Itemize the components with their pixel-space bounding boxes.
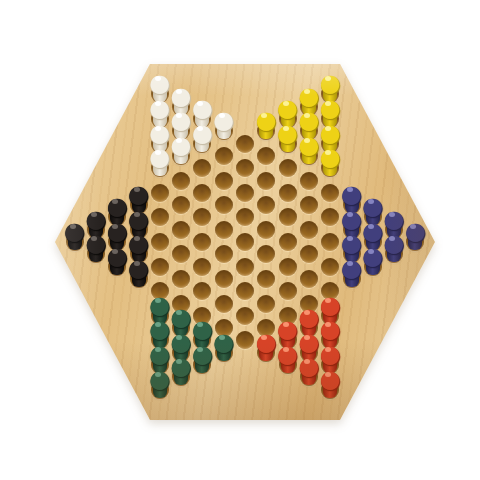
hole[interactable]	[321, 233, 339, 251]
hole[interactable]	[236, 282, 254, 300]
hole[interactable]	[193, 233, 211, 251]
hole[interactable]	[300, 270, 318, 288]
hole[interactable]	[215, 245, 233, 263]
hole[interactable]	[257, 172, 275, 190]
hole[interactable]	[151, 208, 169, 226]
hole[interactable]	[300, 196, 318, 214]
hole[interactable]	[172, 221, 190, 239]
chinese-checkers-board: ●●●●●●●●●●●●●●●●●●●●●●●●●●●●●●●●●●●●●●●●…	[55, 64, 435, 420]
peg-red[interactable]: ●	[317, 366, 343, 399]
peg-green[interactable]: ●	[147, 366, 173, 399]
hole[interactable]	[300, 245, 318, 263]
hole[interactable]	[151, 258, 169, 276]
scene: ●●●●●●●●●●●●●●●●●●●●●●●●●●●●●●●●●●●●●●●●…	[0, 0, 480, 480]
hole[interactable]	[279, 282, 297, 300]
hole[interactable]	[279, 159, 297, 177]
hole[interactable]	[193, 208, 211, 226]
hole[interactable]	[279, 208, 297, 226]
hole[interactable]	[279, 258, 297, 276]
hole[interactable]	[215, 196, 233, 214]
hole[interactable]	[172, 245, 190, 263]
hole[interactable]	[215, 172, 233, 190]
hole[interactable]	[279, 184, 297, 202]
peg-blue[interactable]: ●	[339, 255, 365, 288]
hole[interactable]	[172, 196, 190, 214]
hole[interactable]	[215, 270, 233, 288]
hole[interactable]	[172, 270, 190, 288]
hole[interactable]	[236, 233, 254, 251]
hole[interactable]	[321, 208, 339, 226]
hole[interactable]	[321, 184, 339, 202]
peg-black[interactable]: ●	[126, 255, 152, 288]
hole[interactable]	[257, 147, 275, 165]
hole[interactable]	[215, 295, 233, 313]
hole[interactable]	[151, 184, 169, 202]
hole[interactable]	[193, 282, 211, 300]
hole[interactable]	[279, 233, 297, 251]
hole[interactable]	[257, 245, 275, 263]
hole[interactable]	[151, 233, 169, 251]
hole[interactable]	[215, 221, 233, 239]
hole[interactable]	[236, 331, 254, 349]
hole[interactable]	[193, 184, 211, 202]
board-wrapper: ●●●●●●●●●●●●●●●●●●●●●●●●●●●●●●●●●●●●●●●●…	[0, 0, 480, 480]
hole[interactable]	[257, 221, 275, 239]
hole[interactable]	[257, 295, 275, 313]
peg-white[interactable]: ●	[147, 144, 173, 177]
hole[interactable]	[321, 258, 339, 276]
hole[interactable]	[172, 172, 190, 190]
hole[interactable]	[236, 258, 254, 276]
hole[interactable]	[257, 196, 275, 214]
peg-yellow[interactable]: ●	[317, 144, 343, 177]
hole[interactable]	[215, 147, 233, 165]
hole[interactable]	[236, 307, 254, 325]
hole[interactable]	[257, 270, 275, 288]
hole[interactable]	[236, 135, 254, 153]
hole[interactable]	[236, 208, 254, 226]
hole[interactable]	[193, 258, 211, 276]
hole[interactable]	[236, 159, 254, 177]
hole[interactable]	[300, 221, 318, 239]
hole[interactable]	[236, 184, 254, 202]
hole[interactable]	[193, 159, 211, 177]
hole[interactable]	[300, 172, 318, 190]
